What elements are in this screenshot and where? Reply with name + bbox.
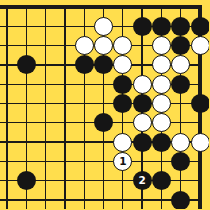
black-stone bbox=[171, 36, 190, 55]
grid-vertical-line bbox=[6, 5, 7, 209]
white-stone bbox=[133, 113, 152, 132]
black-stone bbox=[152, 171, 171, 190]
white-stone bbox=[152, 36, 171, 55]
white-stone bbox=[113, 55, 132, 74]
black-stone bbox=[191, 94, 210, 113]
move-number-label: 1 bbox=[119, 156, 126, 167]
black-stone bbox=[133, 133, 152, 152]
board-edge-top-line bbox=[0, 5, 202, 8]
black-stone bbox=[191, 17, 210, 36]
black-stone bbox=[133, 94, 152, 113]
move-1-white-stone: 1 bbox=[113, 152, 132, 171]
black-stone bbox=[94, 55, 113, 74]
white-stone bbox=[171, 133, 190, 152]
white-stone bbox=[152, 55, 171, 74]
black-stone bbox=[94, 113, 113, 132]
white-stone bbox=[152, 94, 171, 113]
black-stone bbox=[113, 75, 132, 94]
black-stone bbox=[75, 55, 94, 74]
white-stone bbox=[94, 36, 113, 55]
go-board[interactable]: 12 bbox=[0, 0, 209, 209]
white-stone bbox=[75, 36, 94, 55]
white-stone bbox=[133, 75, 152, 94]
white-stone bbox=[191, 133, 210, 152]
move-number-label: 2 bbox=[138, 175, 145, 186]
grid-vertical-line bbox=[45, 5, 46, 209]
white-stone bbox=[94, 17, 113, 36]
white-stone bbox=[171, 55, 190, 74]
white-stone bbox=[113, 133, 132, 152]
black-stone bbox=[17, 55, 36, 74]
black-stone bbox=[152, 17, 171, 36]
white-stone bbox=[113, 36, 132, 55]
black-stone bbox=[133, 17, 152, 36]
black-stone bbox=[17, 171, 36, 190]
black-stone bbox=[152, 133, 171, 152]
white-stone bbox=[191, 36, 210, 55]
black-stone bbox=[113, 94, 132, 113]
grid-horizontal-line bbox=[0, 103, 202, 104]
white-stone bbox=[152, 75, 171, 94]
grid-vertical-line bbox=[64, 5, 65, 209]
black-stone bbox=[171, 191, 190, 210]
white-stone bbox=[152, 113, 171, 132]
black-stone bbox=[171, 75, 190, 94]
black-stone bbox=[171, 17, 190, 36]
black-stone bbox=[171, 152, 190, 171]
move-2-black-stone: 2 bbox=[133, 171, 152, 190]
